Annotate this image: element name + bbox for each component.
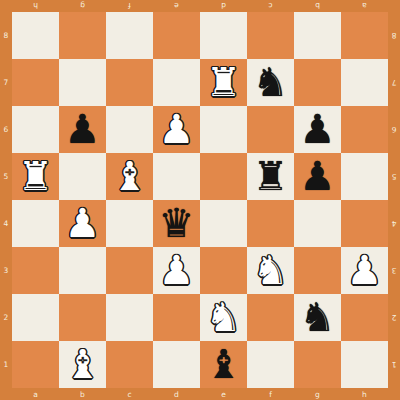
- square-b1[interactable]: ♝: [59, 341, 106, 388]
- square-h7[interactable]: [341, 59, 388, 106]
- piece-black-rook-f5[interactable]: ♜: [247, 153, 294, 200]
- square-f2[interactable]: [247, 294, 294, 341]
- square-b4[interactable]: ♟: [59, 200, 106, 247]
- file-labels-top: abcdefgh: [12, 0, 388, 12]
- rank-label-left-8: 8: [0, 12, 12, 59]
- rank-label-left-1: 1: [0, 341, 12, 388]
- square-b7[interactable]: [59, 59, 106, 106]
- square-e5[interactable]: [200, 153, 247, 200]
- piece-white-pawn-b4[interactable]: ♟: [59, 200, 106, 247]
- rank-labels-left: 87654321: [0, 12, 12, 388]
- rank-label-right-2: 2: [388, 294, 400, 341]
- file-label-bottom-b: b: [59, 388, 106, 400]
- square-c8[interactable]: [106, 12, 153, 59]
- square-h1[interactable]: [341, 341, 388, 388]
- rank-label-left-2: 2: [0, 294, 12, 341]
- file-label-bottom-d: d: [153, 388, 200, 400]
- square-h5[interactable]: [341, 153, 388, 200]
- square-d4[interactable]: ♛: [153, 200, 200, 247]
- square-d6[interactable]: ♟: [153, 106, 200, 153]
- square-h3[interactable]: ♟: [341, 247, 388, 294]
- square-c7[interactable]: [106, 59, 153, 106]
- square-a6[interactable]: [12, 106, 59, 153]
- rank-label-left-3: 3: [0, 247, 12, 294]
- chess-board: ♜♞♟♟♟♜♝♜♟♟♛♟♞♟♞♞♝♝: [12, 12, 388, 388]
- file-label-bottom-g: g: [294, 388, 341, 400]
- file-label-bottom-c: c: [106, 388, 153, 400]
- square-g3[interactable]: [294, 247, 341, 294]
- square-h4[interactable]: [341, 200, 388, 247]
- rank-label-right-6: 6: [388, 106, 400, 153]
- square-a4[interactable]: [12, 200, 59, 247]
- rank-label-left-6: 6: [0, 106, 12, 153]
- square-f1[interactable]: [247, 341, 294, 388]
- piece-white-pawn-h3[interactable]: ♟: [341, 247, 388, 294]
- piece-white-rook-a5[interactable]: ♜: [12, 153, 59, 200]
- piece-black-pawn-b6[interactable]: ♟: [59, 106, 106, 153]
- square-c5[interactable]: ♝: [106, 153, 153, 200]
- file-labels-bottom: abcdefgh: [12, 388, 388, 400]
- square-d8[interactable]: [153, 12, 200, 59]
- piece-black-queen-d4[interactable]: ♛: [153, 200, 200, 247]
- square-d2[interactable]: [153, 294, 200, 341]
- square-f3[interactable]: ♞: [247, 247, 294, 294]
- square-h2[interactable]: [341, 294, 388, 341]
- piece-white-pawn-d3[interactable]: ♟: [153, 247, 200, 294]
- file-label-bottom-a: a: [12, 388, 59, 400]
- rank-label-right-3: 3: [388, 247, 400, 294]
- square-f5[interactable]: ♜: [247, 153, 294, 200]
- piece-white-rook-e7[interactable]: ♜: [200, 59, 247, 106]
- file-label-top-c: c: [247, 0, 294, 12]
- file-label-top-a: a: [341, 0, 388, 12]
- square-f6[interactable]: [247, 106, 294, 153]
- file-label-top-e: e: [153, 0, 200, 12]
- square-d5[interactable]: [153, 153, 200, 200]
- square-g8[interactable]: [294, 12, 341, 59]
- file-label-bottom-e: e: [200, 388, 247, 400]
- square-e4[interactable]: [200, 200, 247, 247]
- square-d7[interactable]: [153, 59, 200, 106]
- square-h8[interactable]: [341, 12, 388, 59]
- piece-white-bishop-b1[interactable]: ♝: [59, 341, 106, 388]
- square-b3[interactable]: [59, 247, 106, 294]
- chess-board-frame: ♜♞♟♟♟♜♝♜♟♟♛♟♞♟♞♞♝♝ abcdefgh abcdefgh 876…: [0, 0, 400, 400]
- square-b6[interactable]: ♟: [59, 106, 106, 153]
- square-f8[interactable]: [247, 12, 294, 59]
- square-e3[interactable]: [200, 247, 247, 294]
- square-e2[interactable]: ♞: [200, 294, 247, 341]
- piece-black-knight-f7[interactable]: ♞: [247, 59, 294, 106]
- piece-black-pawn-g5[interactable]: ♟: [294, 153, 341, 200]
- rank-label-right-8: 8: [388, 12, 400, 59]
- square-a7[interactable]: [12, 59, 59, 106]
- square-a8[interactable]: [12, 12, 59, 59]
- piece-white-bishop-c5[interactable]: ♝: [106, 153, 153, 200]
- square-a2[interactable]: [12, 294, 59, 341]
- file-label-top-g: g: [59, 0, 106, 12]
- square-e6[interactable]: [200, 106, 247, 153]
- square-a3[interactable]: [12, 247, 59, 294]
- square-g4[interactable]: [294, 200, 341, 247]
- piece-white-knight-f3[interactable]: ♞: [247, 247, 294, 294]
- square-b2[interactable]: [59, 294, 106, 341]
- square-c3[interactable]: [106, 247, 153, 294]
- piece-white-pawn-d6[interactable]: ♟: [153, 106, 200, 153]
- piece-white-knight-e2[interactable]: ♞: [200, 294, 247, 341]
- square-g7[interactable]: [294, 59, 341, 106]
- square-g1[interactable]: [294, 341, 341, 388]
- square-g6[interactable]: ♟: [294, 106, 341, 153]
- square-e7[interactable]: ♜: [200, 59, 247, 106]
- square-c4[interactable]: [106, 200, 153, 247]
- square-e8[interactable]: [200, 12, 247, 59]
- square-a1[interactable]: [12, 341, 59, 388]
- rank-label-right-1: 1: [388, 341, 400, 388]
- square-g2[interactable]: ♞: [294, 294, 341, 341]
- file-label-top-f: f: [106, 0, 153, 12]
- square-f7[interactable]: ♞: [247, 59, 294, 106]
- piece-black-knight-g2[interactable]: ♞: [294, 294, 341, 341]
- square-b8[interactable]: [59, 12, 106, 59]
- rank-labels-right: 87654321: [388, 12, 400, 388]
- file-label-top-h: h: [12, 0, 59, 12]
- square-g5[interactable]: ♟: [294, 153, 341, 200]
- rank-label-right-7: 7: [388, 59, 400, 106]
- square-e1[interactable]: ♝: [200, 341, 247, 388]
- square-f4[interactable]: [247, 200, 294, 247]
- file-label-top-b: b: [294, 0, 341, 12]
- file-label-top-d: d: [200, 0, 247, 12]
- square-b5[interactable]: [59, 153, 106, 200]
- square-h6[interactable]: [341, 106, 388, 153]
- rank-label-right-5: 5: [388, 153, 400, 200]
- square-c6[interactable]: [106, 106, 153, 153]
- rank-label-right-4: 4: [388, 200, 400, 247]
- rank-label-left-4: 4: [0, 200, 12, 247]
- piece-black-pawn-g6[interactable]: ♟: [294, 106, 341, 153]
- square-a5[interactable]: ♜: [12, 153, 59, 200]
- file-label-bottom-f: f: [247, 388, 294, 400]
- piece-black-bishop-e1[interactable]: ♝: [200, 341, 247, 388]
- square-d3[interactable]: ♟: [153, 247, 200, 294]
- square-c1[interactable]: [106, 341, 153, 388]
- square-d1[interactable]: [153, 341, 200, 388]
- rank-label-left-5: 5: [0, 153, 12, 200]
- square-c2[interactable]: [106, 294, 153, 341]
- rank-label-left-7: 7: [0, 59, 12, 106]
- file-label-bottom-h: h: [341, 388, 388, 400]
